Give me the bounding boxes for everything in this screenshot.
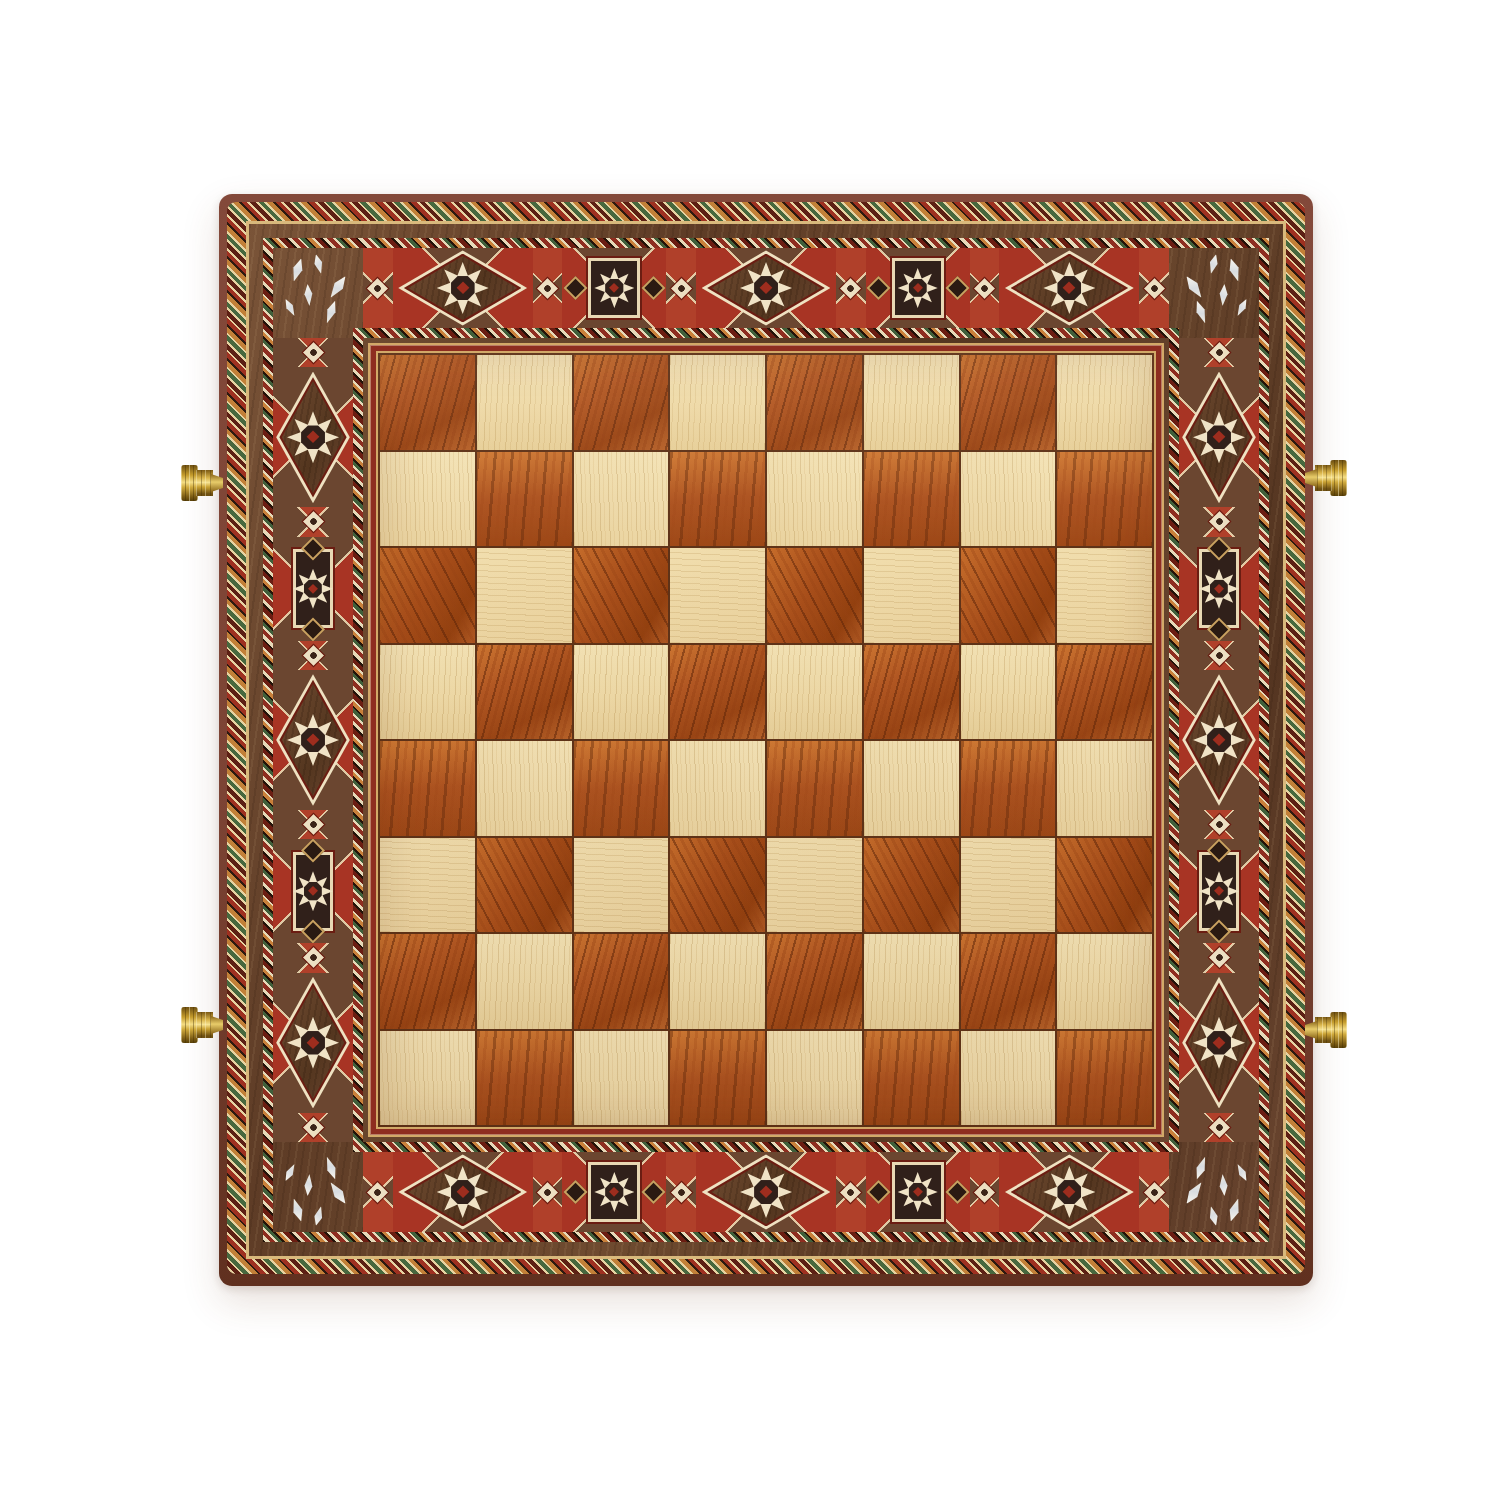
border-motif-spacer xyxy=(533,1152,563,1232)
eye-ornament xyxy=(301,643,325,667)
square-g5 xyxy=(961,645,1056,740)
border-motif-square-star xyxy=(562,248,666,328)
square-a3 xyxy=(380,838,475,933)
border-motif-spacer xyxy=(1139,1152,1169,1232)
mother-of-pearl-chip xyxy=(1225,1197,1245,1224)
mother-of-pearl-chip xyxy=(325,272,351,301)
square-d4 xyxy=(670,741,765,836)
square-f5 xyxy=(864,645,959,740)
eight-point-star-ornament xyxy=(287,714,339,766)
border-motif-square-star xyxy=(866,248,970,328)
border-motif-lozenge-star xyxy=(273,670,353,810)
eye-ornament xyxy=(535,1180,559,1204)
square-a1 xyxy=(380,1031,475,1126)
mother-of-pearl-chip xyxy=(302,1174,315,1197)
knob-cap xyxy=(1330,460,1347,496)
mini-diamond xyxy=(866,276,890,300)
square-a4 xyxy=(380,741,475,836)
knob-body xyxy=(196,1012,213,1038)
square-medallion xyxy=(892,258,944,319)
mosaic-border-bottom xyxy=(363,1152,1169,1232)
square-f2 xyxy=(864,934,959,1029)
square-e1 xyxy=(767,1031,862,1126)
square-f6 xyxy=(864,548,959,643)
mother-of-pearl-chip xyxy=(1206,1205,1222,1227)
mother-of-pearl-chip xyxy=(281,1162,299,1183)
eye-ornament xyxy=(1142,1180,1166,1204)
border-motif-spacer xyxy=(273,1113,353,1142)
mother-of-pearl-chip xyxy=(1217,284,1230,307)
square-b5 xyxy=(477,645,572,740)
square-a2 xyxy=(380,934,475,1029)
eight-point-star-ornament xyxy=(1199,569,1239,609)
mother-of-pearl-chip xyxy=(1225,257,1245,284)
border-motif-spacer xyxy=(1179,943,1259,972)
mini-diamond xyxy=(945,1180,969,1204)
eye-ornament xyxy=(1207,813,1231,837)
eight-point-star-ornament xyxy=(1043,262,1095,314)
eye-ornament xyxy=(669,276,693,300)
eye-ornament xyxy=(972,1180,996,1204)
square-medallion xyxy=(1199,549,1239,628)
square-e5 xyxy=(767,645,862,740)
mini-diamond xyxy=(642,1180,666,1204)
eight-point-star-ornament xyxy=(1193,714,1245,766)
square-c6 xyxy=(574,548,669,643)
eye-ornament xyxy=(366,1180,390,1204)
eye-ornament xyxy=(839,276,863,300)
border-motif-spacer xyxy=(970,248,1000,328)
eye-ornament xyxy=(535,276,559,300)
square-d1 xyxy=(670,1031,765,1126)
square-c5 xyxy=(574,645,669,740)
square-d5 xyxy=(670,645,765,740)
brass-knob-right-bottom xyxy=(1305,1012,1347,1048)
mother-of-pearl-chip xyxy=(1233,297,1251,318)
eight-point-star-ornament xyxy=(740,262,792,314)
square-g4 xyxy=(961,741,1056,836)
square-f4 xyxy=(864,741,959,836)
mother-of-pearl-chip xyxy=(321,299,340,326)
eye-ornament xyxy=(1207,643,1231,667)
eight-point-star-ornament xyxy=(594,1172,634,1212)
square-d2 xyxy=(670,934,765,1029)
eye-ornament xyxy=(1142,276,1166,300)
mother-of-pearl-chip xyxy=(1217,1174,1230,1197)
mother-of-pearl-chip xyxy=(281,297,299,318)
border-motif-spacer xyxy=(363,248,393,328)
product-photo-background: { "meta": { "description": "Overhead pro… xyxy=(0,0,1500,1500)
square-e3 xyxy=(767,838,862,933)
eye-ornament xyxy=(1207,510,1231,534)
mosaic-border-top xyxy=(363,248,1169,328)
square-b8 xyxy=(477,355,572,450)
border-motif-lozenge-star xyxy=(273,367,353,507)
square-f7 xyxy=(864,452,959,547)
border-motif-spacer xyxy=(273,641,353,670)
mother-of-pearl-chip xyxy=(1191,299,1210,326)
border-motif-lozenge-star xyxy=(696,248,836,328)
square-b3 xyxy=(477,838,572,933)
eight-point-star-ornament xyxy=(1043,1166,1095,1218)
square-h3 xyxy=(1057,838,1152,933)
border-motif-spacer xyxy=(273,810,353,839)
knob-body xyxy=(1315,1017,1332,1043)
square-e7 xyxy=(767,452,862,547)
square-d7 xyxy=(670,452,765,547)
brass-knob-right-top xyxy=(1305,460,1347,496)
eight-point-star-ornament xyxy=(287,411,339,463)
mother-of-pearl-chip xyxy=(1181,1178,1207,1207)
mother-of-pearl-chip xyxy=(1233,1162,1251,1183)
square-a8 xyxy=(380,355,475,450)
mother-of-pearl-chip xyxy=(288,1197,308,1224)
border-motif-lozenge-star xyxy=(1179,973,1259,1113)
border-motif-square-star xyxy=(866,1152,970,1232)
eight-point-star-ornament xyxy=(293,871,333,911)
eye-ornament xyxy=(972,276,996,300)
border-motif-square-star xyxy=(273,839,353,943)
knob-body xyxy=(1315,465,1332,491)
mini-diamond xyxy=(945,276,969,300)
square-d8 xyxy=(670,355,765,450)
eight-point-star-ornament xyxy=(740,1166,792,1218)
eye-ornament xyxy=(839,1180,863,1204)
border-motif-spacer xyxy=(533,248,563,328)
mosaic-corner-top-left xyxy=(273,248,353,328)
square-g3 xyxy=(961,838,1056,933)
eye-ornament xyxy=(1207,946,1231,970)
square-c1 xyxy=(574,1031,669,1126)
border-motif-spacer xyxy=(1179,507,1259,536)
brass-knob-left-top xyxy=(181,465,223,501)
square-a6 xyxy=(380,548,475,643)
mother-of-pearl-chip xyxy=(302,284,315,307)
play-area xyxy=(378,353,1154,1127)
square-e6 xyxy=(767,548,862,643)
square-h8 xyxy=(1057,355,1152,450)
square-f1 xyxy=(864,1031,959,1126)
mother-of-pearl-chip xyxy=(1206,253,1222,275)
eye-ornament xyxy=(1207,341,1231,365)
eye-ornament xyxy=(301,510,325,534)
border-motif-spacer xyxy=(666,248,696,328)
eye-ornament xyxy=(1207,1115,1231,1139)
square-h5 xyxy=(1057,645,1152,740)
mother-of-pearl-chip xyxy=(311,1205,327,1227)
mini-diamond xyxy=(563,1180,587,1204)
brass-knob-left-bottom xyxy=(181,1007,223,1043)
eight-point-star-ornament xyxy=(898,1172,938,1212)
eight-point-star-ornament xyxy=(437,1166,489,1218)
square-medallion xyxy=(293,549,333,628)
border-motif-lozenge-star xyxy=(1179,367,1259,507)
eight-point-star-ornament xyxy=(293,569,333,609)
border-motif-spacer xyxy=(836,248,866,328)
eight-point-star-ornament xyxy=(1193,1017,1245,1069)
square-medallion xyxy=(892,1162,944,1223)
mother-of-pearl-chip xyxy=(311,253,327,275)
mosaic-corner-bottom-right xyxy=(1179,1152,1259,1232)
square-g2 xyxy=(961,934,1056,1029)
border-motif-spacer xyxy=(363,1152,393,1232)
knob-neck xyxy=(211,1016,223,1034)
border-motif-lozenge-star xyxy=(393,248,533,328)
mother-of-pearl-chip xyxy=(288,257,308,284)
knob-neck xyxy=(211,474,223,492)
knob-neck xyxy=(1305,1021,1317,1039)
square-b6 xyxy=(477,548,572,643)
square-a5 xyxy=(380,645,475,740)
eye-ornament xyxy=(301,341,325,365)
border-motif-spacer xyxy=(666,1152,696,1232)
border-motif-lozenge-star xyxy=(999,248,1139,328)
square-b2 xyxy=(477,934,572,1029)
eight-point-star-ornament xyxy=(594,268,634,308)
square-g1 xyxy=(961,1031,1056,1126)
border-motif-square-star xyxy=(562,1152,666,1232)
square-c4 xyxy=(574,741,669,836)
mother-of-pearl-chip xyxy=(1181,272,1207,301)
eight-point-star-ornament xyxy=(1199,871,1239,911)
border-motif-spacer xyxy=(273,943,353,972)
knob-cap xyxy=(1330,1012,1347,1048)
square-b7 xyxy=(477,452,572,547)
mother-of-pearl-chip xyxy=(321,1155,340,1182)
mother-of-pearl-chip xyxy=(1191,1155,1210,1182)
border-motif-spacer xyxy=(836,1152,866,1232)
border-motif-square-star xyxy=(273,537,353,641)
square-d3 xyxy=(670,838,765,933)
border-motif-square-star xyxy=(1179,839,1259,943)
eight-point-star-ornament xyxy=(898,268,938,308)
square-f8 xyxy=(864,355,959,450)
eye-ornament xyxy=(301,1115,325,1139)
border-motif-lozenge-star xyxy=(273,973,353,1113)
eight-point-star-ornament xyxy=(1193,411,1245,463)
border-motif-spacer xyxy=(1179,641,1259,670)
knob-body xyxy=(196,470,213,496)
border-motif-spacer xyxy=(273,338,353,367)
mini-diamond xyxy=(642,276,666,300)
square-f3 xyxy=(864,838,959,933)
eye-ornament xyxy=(366,276,390,300)
border-motif-lozenge-star xyxy=(696,1152,836,1232)
border-motif-lozenge-star xyxy=(393,1152,533,1232)
square-d6 xyxy=(670,548,765,643)
chess-board xyxy=(219,194,1313,1286)
square-h4 xyxy=(1057,741,1152,836)
border-motif-spacer xyxy=(1179,1113,1259,1142)
eight-point-star-ornament xyxy=(287,1017,339,1069)
square-h2 xyxy=(1057,934,1152,1029)
square-b4 xyxy=(477,741,572,836)
eye-ornament xyxy=(301,813,325,837)
square-g6 xyxy=(961,548,1056,643)
border-motif-spacer xyxy=(1139,248,1169,328)
square-g7 xyxy=(961,452,1056,547)
square-c8 xyxy=(574,355,669,450)
mosaic-border-right xyxy=(1179,338,1259,1142)
square-c7 xyxy=(574,452,669,547)
square-h6 xyxy=(1057,548,1152,643)
square-e4 xyxy=(767,741,862,836)
square-medallion xyxy=(588,1162,640,1223)
square-h7 xyxy=(1057,452,1152,547)
square-b1 xyxy=(477,1031,572,1126)
square-c3 xyxy=(574,838,669,933)
knob-neck xyxy=(1305,469,1317,487)
border-motif-square-star xyxy=(1179,537,1259,641)
border-motif-lozenge-star xyxy=(1179,670,1259,810)
border-motif-spacer xyxy=(1179,810,1259,839)
mini-diamond xyxy=(866,1180,890,1204)
square-h1 xyxy=(1057,1031,1152,1126)
eye-ornament xyxy=(301,946,325,970)
mother-of-pearl-chip xyxy=(325,1178,351,1207)
mini-diamond xyxy=(563,276,587,300)
square-g8 xyxy=(961,355,1056,450)
border-motif-lozenge-star xyxy=(999,1152,1139,1232)
mosaic-border-left xyxy=(273,338,353,1142)
square-medallion xyxy=(588,258,640,319)
border-motif-spacer xyxy=(970,1152,1000,1232)
eye-ornament xyxy=(669,1180,693,1204)
border-motif-spacer xyxy=(1179,338,1259,367)
border-motif-spacer xyxy=(273,507,353,536)
mosaic-corner-top-right xyxy=(1179,248,1259,328)
square-e8 xyxy=(767,355,862,450)
square-e2 xyxy=(767,934,862,1029)
square-a7 xyxy=(380,452,475,547)
eight-point-star-ornament xyxy=(437,262,489,314)
square-c2 xyxy=(574,934,669,1029)
mosaic-corner-bottom-left xyxy=(273,1152,353,1232)
